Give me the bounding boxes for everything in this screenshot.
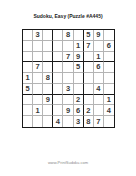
cell-r7c5 — [63, 95, 73, 106]
cell-r1c4 — [53, 30, 63, 41]
cell-r6c5: 3 — [63, 84, 73, 95]
footer-url: www.PrintSudoku.com — [0, 160, 136, 165]
cell-r7c6: 2 — [74, 95, 84, 106]
cell-r6c2 — [33, 84, 43, 95]
cell-r5c9 — [104, 73, 114, 84]
cell-r7c2 — [33, 95, 43, 106]
cell-r5c8 — [94, 73, 104, 84]
cell-r6c4 — [53, 84, 63, 95]
cell-r3c1 — [23, 52, 33, 63]
cell-r6c3 — [43, 84, 53, 95]
cell-r3c8: 1 — [94, 52, 104, 63]
cell-r8c9: 4 — [104, 105, 114, 116]
cell-r9c9 — [104, 116, 114, 127]
cell-r1c8: 9 — [94, 30, 104, 41]
cell-r2c5 — [63, 41, 73, 52]
cell-r1c1 — [23, 30, 33, 41]
cell-r9c8: 7 — [94, 116, 104, 127]
cell-r4c9 — [104, 62, 114, 73]
cell-r6c6 — [74, 84, 84, 95]
cell-r4c8: 6 — [94, 62, 104, 73]
cell-r9c5 — [63, 116, 73, 127]
cell-r7c8 — [94, 95, 104, 106]
cell-r5c5 — [63, 73, 73, 84]
cell-r9c3 — [43, 116, 53, 127]
cell-r2c3 — [43, 41, 53, 52]
cell-r1c6 — [74, 30, 84, 41]
cell-r2c9: 6 — [104, 41, 114, 52]
cell-r7c9: 1 — [104, 95, 114, 106]
cell-r8c8 — [94, 105, 104, 116]
cell-r5c6 — [74, 73, 84, 84]
cell-r5c2 — [33, 73, 43, 84]
cell-r8c6: 6 — [74, 105, 84, 116]
cell-r4c2: 7 — [33, 62, 43, 73]
cell-r8c3 — [43, 105, 53, 116]
cell-r1c5: 8 — [63, 30, 73, 41]
cell-r4c1 — [23, 62, 33, 73]
cell-r2c2 — [33, 41, 43, 52]
cell-r2c6: 1 — [74, 41, 84, 52]
cell-r3c4 — [53, 52, 63, 63]
cell-r3c7 — [84, 52, 94, 63]
cell-r1c3 — [43, 30, 53, 41]
cell-r8c5: 9 — [63, 105, 73, 116]
cell-r9c2 — [33, 116, 43, 127]
cell-r3c3 — [43, 52, 53, 63]
cell-r9c4: 4 — [53, 116, 63, 127]
cell-r7c1 — [23, 95, 33, 106]
cell-r4c5 — [63, 62, 73, 73]
cell-r2c4 — [53, 41, 63, 52]
cell-r5c3: 8 — [43, 73, 53, 84]
sudoku-board: 385917679175618534921196244387 — [22, 29, 115, 128]
cell-r4c7 — [84, 62, 94, 73]
cell-r6c9 — [104, 84, 114, 95]
cell-r7c3: 9 — [43, 95, 53, 106]
cell-r1c7: 5 — [84, 30, 94, 41]
cell-r3c2 — [33, 52, 43, 63]
cell-r8c7: 2 — [84, 105, 94, 116]
cell-r5c1: 1 — [23, 73, 33, 84]
cell-r2c1 — [23, 41, 33, 52]
cell-r3c9 — [104, 52, 114, 63]
cell-r4c3 — [43, 62, 53, 73]
cell-r3c6: 9 — [74, 52, 84, 63]
cell-r1c2: 3 — [33, 30, 43, 41]
cell-r2c7: 7 — [84, 41, 94, 52]
cell-r4c4 — [53, 62, 63, 73]
cell-r9c1 — [23, 116, 33, 127]
cell-r7c4 — [53, 95, 63, 106]
cell-r5c7 — [84, 73, 94, 84]
cell-r7c7 — [84, 95, 94, 106]
cell-r6c1: 5 — [23, 84, 33, 95]
cell-r6c8: 4 — [94, 84, 104, 95]
cell-r1c9 — [104, 30, 114, 41]
cell-r3c5: 7 — [63, 52, 73, 63]
cell-r6c7 — [84, 84, 94, 95]
page-title: Sudoku, Easy (Puzzle #A445) — [0, 13, 136, 19]
cell-r9c6: 3 — [74, 116, 84, 127]
cell-r9c7: 8 — [84, 116, 94, 127]
cell-r4c6: 5 — [74, 62, 84, 73]
cell-r2c8 — [94, 41, 104, 52]
cell-r8c1 — [23, 105, 33, 116]
cell-r8c2: 1 — [33, 105, 43, 116]
cell-r8c4 — [53, 105, 63, 116]
cell-r5c4 — [53, 73, 63, 84]
